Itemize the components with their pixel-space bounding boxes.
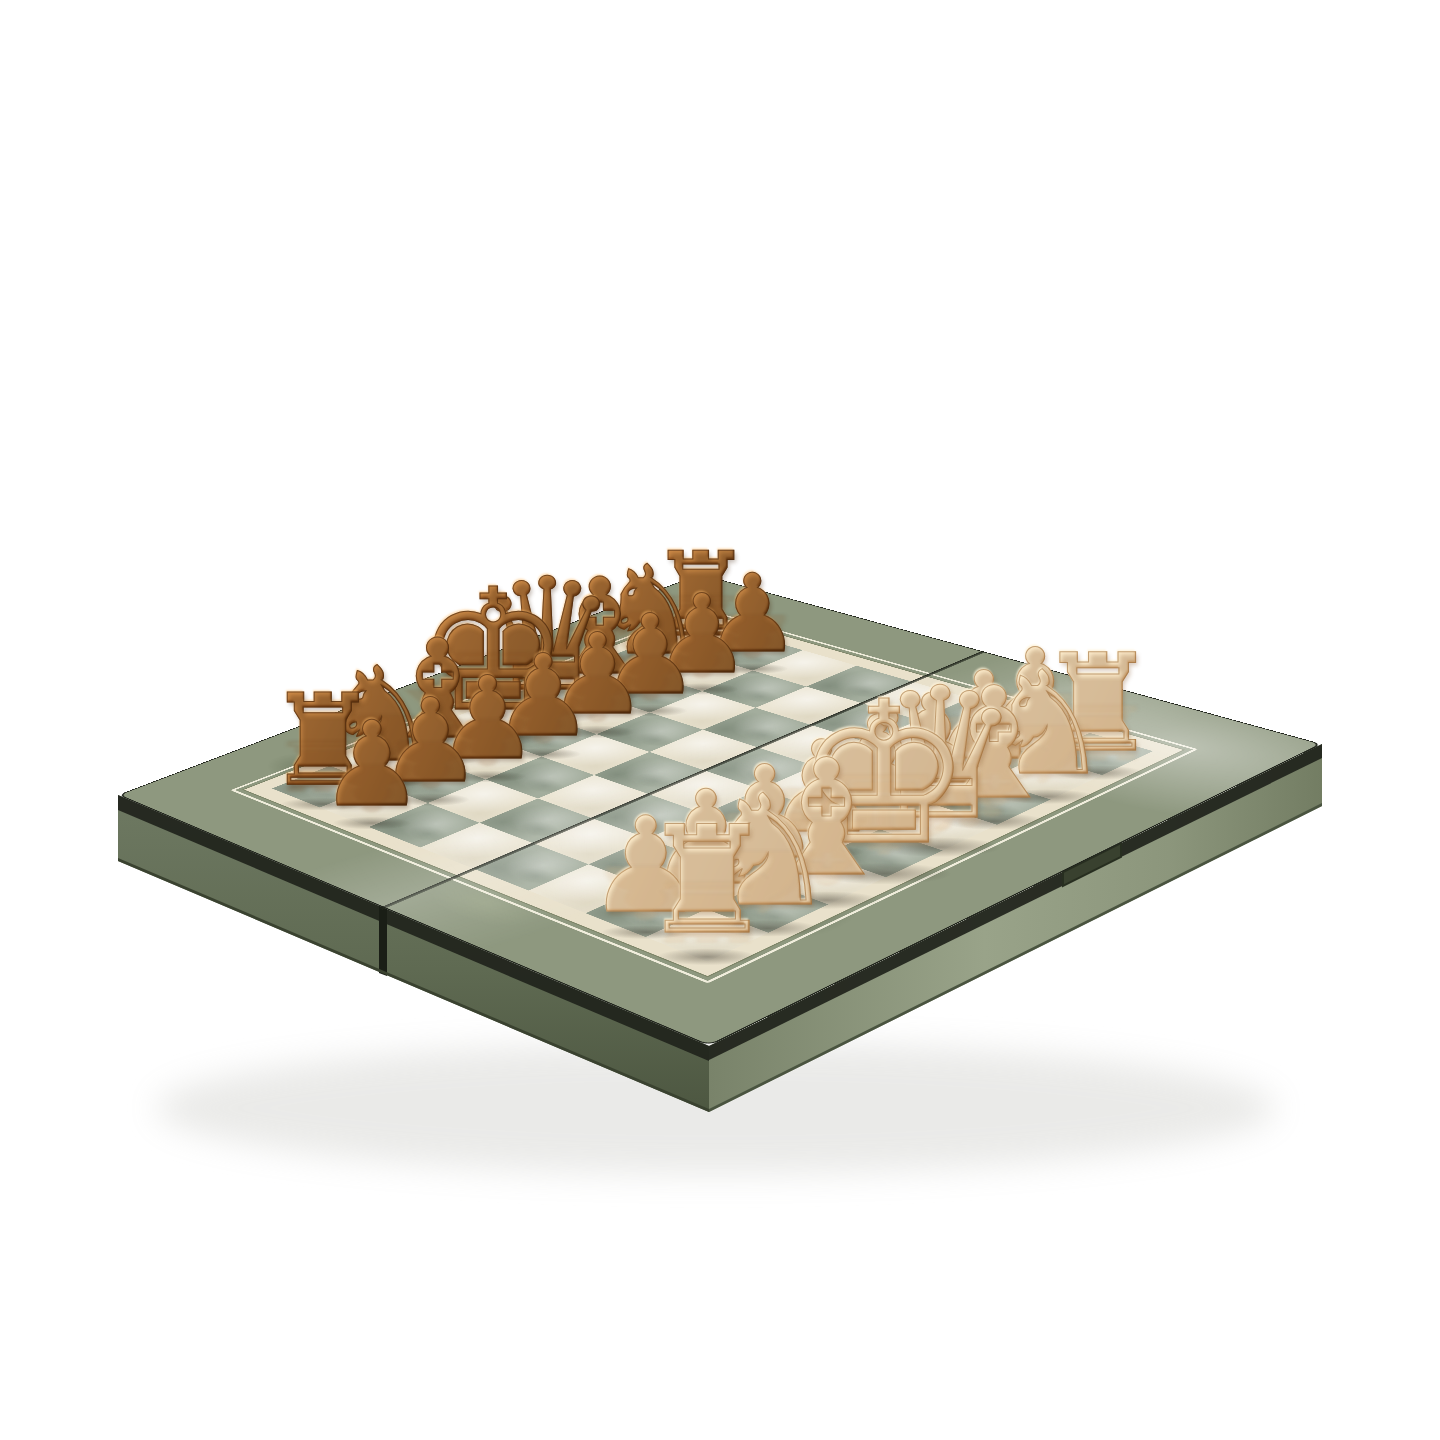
piece-black-pawn-f7: ♟ (436, 661, 539, 775)
piece-black-pawn-c7: ♟ (601, 599, 700, 709)
piece-black-rook-a8: ♜ (649, 537, 753, 653)
piece-white-pawn-b2: ♟ (930, 655, 1039, 776)
piece-black-pawn-a7: ♟ (704, 560, 801, 668)
piece-black-pawn-e7: ♟ (492, 640, 593, 753)
piece-white-pawn-f2: ♟ (707, 749, 822, 877)
piece-black-queen-d8: ♛ (477, 558, 617, 714)
piece-black-pawn-d7: ♟ (547, 620, 647, 732)
piece-white-knight-b1: ♞ (983, 653, 1111, 796)
piece-black-pawn-g7: ♟ (378, 683, 482, 799)
piece-white-bishop-c1: ♝ (925, 667, 1063, 821)
piece-white-pawn-c2: ♟ (876, 678, 986, 801)
piece-white-pawn-e2: ♟ (765, 725, 878, 851)
piece-black-pawn-h7: ♟ (319, 706, 424, 823)
piece-white-rook-h1: ♜ (640, 807, 773, 956)
piece-black-bishop-f8: ♝ (376, 621, 499, 758)
piece-white-bishop-f1: ♝ (755, 739, 899, 900)
piece-white-rook-a1: ♜ (1038, 637, 1159, 772)
piece-white-pawn-d2: ♟ (821, 701, 933, 826)
piece-black-rook-h8: ♜ (266, 677, 379, 803)
piece-black-pawn-b7: ♟ (653, 580, 751, 689)
piece-white-pawn-h2: ♟ (586, 800, 704, 932)
piece-black-knight-b8: ♞ (596, 550, 706, 673)
piece-white-queen-d1: ♛ (858, 665, 1021, 847)
piece-white-pawn-a2: ♟ (981, 633, 1088, 753)
piece-white-king-e1: ♚ (795, 675, 972, 872)
piece-white-knight-g1: ♞ (699, 774, 836, 927)
piece-black-knight-g8: ♞ (323, 650, 440, 780)
pieces-layer: ♜♞♝♛♚♝♞♜♟♟♟♟♟♟♟♟♟♟♟♟♟♟♟♟♜♞♝♛♚♝♞♜ (0, 0, 1440, 1440)
piece-black-king-e8: ♚ (417, 567, 568, 736)
product-photo-scene: ♜♞♝♛♚♝♞♜♟♟♟♟♟♟♟♟♟♟♟♟♟♟♟♟♜♞♝♛♚♝♞♜ Folding… (0, 0, 1440, 1440)
piece-white-pawn-g2: ♟ (648, 774, 764, 904)
piece-black-bishop-c8: ♝ (540, 561, 659, 693)
